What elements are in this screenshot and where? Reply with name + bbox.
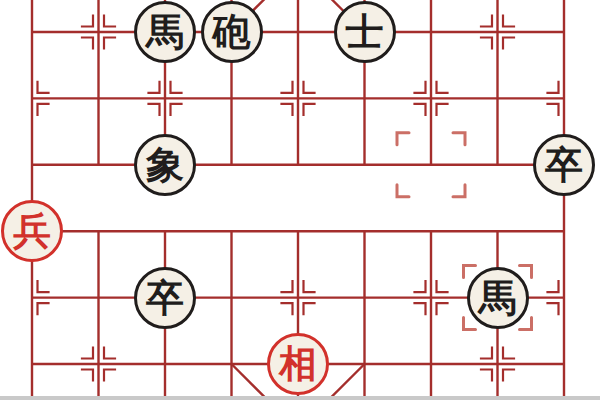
piece-horse-h6[interactable]: 馬 (467, 267, 529, 329)
piece-elephant-c4[interactable]: 象 (134, 134, 196, 196)
piece-soldier-c6[interactable]: 卒 (134, 267, 196, 329)
piece-cannon-d2[interactable]: 砲 (201, 1, 263, 63)
piece-soldier-i4[interactable]: 卒 (533, 134, 595, 196)
piece-soldier-a5[interactable]: 兵 (1, 200, 63, 262)
xiangqi-board[interactable]: 馬砲士象卒兵卒馬相 (0, 0, 600, 400)
pieces-layer: 馬砲士象卒兵卒馬相 (0, 0, 597, 397)
piece-horse-c2[interactable]: 馬 (134, 1, 196, 63)
screen-bottom-edge (0, 396, 600, 400)
piece-advisor-f2[interactable]: 士 (334, 1, 396, 63)
piece-elephant-e7[interactable]: 相 (267, 333, 329, 395)
